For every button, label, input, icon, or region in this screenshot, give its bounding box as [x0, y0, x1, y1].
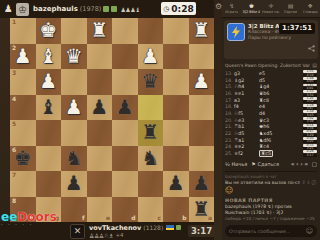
square-c4[interactable]	[138, 95, 164, 121]
square-c3[interactable]: ♛	[138, 69, 164, 95]
move-list[interactable]: 13.g3e51:554:1014.♗g2d51:484:0515.♘h4♝g4…	[225, 70, 317, 157]
expand-board-icon[interactable]: ▢	[312, 161, 317, 167]
file-label-a: a	[208, 215, 212, 221]
bottom-player-avatar[interactable]: ✕	[70, 224, 85, 239]
white-move[interactable]: g3	[234, 71, 259, 76]
piece-bP-f7[interactable]: ♟	[65, 171, 83, 197]
move-row-15: 15.♘h4♝g41:414:01	[225, 83, 317, 90]
square-f4[interactable]: ♟	[61, 95, 87, 121]
bottom-clock-time: 3:17	[191, 226, 212, 236]
piece-bK-h6[interactable]: ♚	[14, 146, 32, 172]
share-icon[interactable]	[308, 37, 315, 56]
move-row-22: 22.♘d5♞xd50:473:29	[225, 130, 317, 137]
new-game-header: НОВАЯ ПАРТИЯ	[225, 198, 317, 203]
move-number: 23.	[225, 138, 234, 143]
square-g1[interactable]: ♚	[36, 18, 62, 44]
sidebar-tab-3[interactable]: ✛Новая па…	[261, 0, 281, 17]
piece-bB-g4[interactable]: ♝	[39, 95, 57, 121]
move-number: 20.	[225, 118, 234, 123]
site-logo-icon: ♟	[4, 4, 13, 14]
square-b1[interactable]	[163, 18, 189, 44]
square-d8[interactable]: d	[112, 197, 138, 223]
square-f6[interactable]: ♞	[61, 146, 87, 172]
arena-pairing-note: Пары по рейтингу	[248, 35, 279, 41]
challenge-description: bazephauls (1978 ↯) против Ruschwain (17…	[225, 204, 317, 215]
emoji-picker-icon[interactable]: ☺	[306, 227, 313, 235]
square-c5[interactable]: ♜	[138, 120, 164, 146]
top-player-name[interactable]: bazephauls	[33, 5, 78, 13]
rank-label-8: 8	[12, 198, 16, 204]
thumbs-and-report-icons[interactable]: ⇧⇩ⓘ	[302, 180, 317, 185]
square-g7[interactable]	[36, 171, 62, 197]
square-e3[interactable]	[87, 69, 113, 95]
move-number: 24.	[225, 144, 234, 149]
arena-panel[interactable]: 3|2 Blitz Арена Классика · 491 игрок · |…	[224, 20, 318, 59]
piece-bN-c6[interactable]: ♞	[141, 146, 159, 172]
file-label-c: c	[157, 215, 161, 221]
square-b8[interactable]: b	[163, 197, 189, 223]
opening-book-icon[interactable]: ▤	[312, 62, 317, 68]
square-b4[interactable]	[163, 95, 189, 121]
square-a1[interactable]: ♜	[189, 18, 215, 44]
top-player-rating: (1978)	[80, 5, 102, 13]
file-label-g: g	[55, 215, 59, 221]
opening-name-row: Queen's Pawn Opening: Zukertort Variatio…	[225, 62, 317, 68]
rank-label-4: 4	[12, 96, 16, 102]
move-row-16: 16.♕e1♛b61:333:56	[225, 90, 317, 97]
file-label-h: h	[29, 215, 33, 221]
move-number: 14.	[225, 78, 234, 83]
square-g8[interactable]: g	[36, 197, 62, 223]
move-number: 15.	[225, 84, 234, 89]
sidebar-tab-1[interactable]: ↯Играть	[222, 0, 242, 17]
square-h5[interactable]: 5	[10, 120, 36, 146]
white-move[interactable]: ♕e1	[234, 91, 259, 96]
bottom-player-bar: ✕ vovTkachenov (1128) ♙♙♙♘♗ +4	[0, 222, 214, 240]
rank-label-3: 3	[12, 70, 16, 76]
white-move[interactable]: ♖b1	[234, 124, 259, 129]
move-row-20: 20.♘e3♛c31:023:38	[225, 117, 317, 124]
black-move[interactable]: ♚h6	[259, 124, 284, 129]
file-label-e: e	[106, 215, 110, 221]
black-move[interactable]: ♞df6	[259, 138, 284, 143]
square-b7[interactable]: ♟	[163, 171, 189, 197]
chat-message-text: Вы не ответили на вызов по-спортивному!	[225, 180, 300, 186]
move-navigation-buttons[interactable]: «‹›»	[291, 160, 310, 168]
piece-bQ-c3[interactable]: ♛	[141, 69, 159, 95]
tab-icon: ▤	[288, 3, 294, 9]
square-a8[interactable]: a♜	[189, 197, 215, 223]
square-e5[interactable]	[87, 120, 113, 146]
top-player-badge2	[111, 6, 117, 12]
tab-icon: ❖	[307, 3, 312, 9]
black-move[interactable]: e5	[259, 71, 284, 76]
square-d4[interactable]: ♟	[112, 95, 138, 121]
square-a6[interactable]	[189, 146, 215, 172]
square-d7[interactable]	[112, 171, 138, 197]
square-c2[interactable]: ♟	[138, 44, 164, 70]
top-player-avatar[interactable]: ♔	[16, 3, 29, 16]
black-move[interactable]: ♜c8	[259, 98, 284, 103]
square-a7[interactable]: ♟	[189, 171, 215, 197]
piece-wR-a1[interactable]: ♜	[192, 18, 210, 44]
square-h4[interactable]: 4	[10, 95, 36, 121]
move-row-18: 18.f4e41:183:47	[225, 103, 317, 110]
black-move[interactable]: ♜c4	[259, 144, 284, 149]
square-a2[interactable]	[189, 44, 215, 70]
white-move[interactable]: ♗g2	[234, 78, 259, 83]
piece-wP-g3[interactable]: ♟	[39, 69, 57, 95]
piece-wQ-f2[interactable]: ♛	[65, 44, 83, 70]
square-h2[interactable]: 2♟	[10, 44, 36, 70]
file-label-b: b	[182, 215, 186, 221]
square-d1[interactable]	[112, 18, 138, 44]
move-number: 18.	[225, 104, 234, 109]
move-row-23: 23.♖a1♞df60:403:25	[225, 137, 317, 144]
top-player-clock: ◷ 0:28	[161, 2, 196, 15]
square-b5[interactable]	[163, 120, 189, 146]
square-b2[interactable]	[163, 44, 189, 70]
chat-panel: bazephauls вошёл в чат Вы не ответили на…	[225, 171, 317, 222]
piece-wP-c2[interactable]: ♟	[141, 44, 159, 70]
move-number: 21.	[225, 124, 234, 129]
move-number: 16.	[225, 91, 234, 96]
square-g2[interactable]: ♝	[36, 44, 62, 70]
move-row-14: 14.♗g2d51:484:05	[225, 77, 317, 84]
black-move[interactable]: ♝g4	[259, 84, 284, 89]
top-clock-time: 0:28	[171, 4, 193, 14]
white-move[interactable]: ♘h4	[234, 84, 259, 89]
arena-info: 3|2 Blitz Арена Классика · 491 игрок · |…	[248, 23, 279, 56]
square-g4[interactable]: ♝	[36, 95, 62, 121]
arena-lightning-icon	[227, 23, 245, 41]
piece-bN-f6[interactable]: ♞	[65, 146, 83, 172]
arena-right: 1:37:51	[279, 23, 315, 56]
bottom-player-captured-pieces: ♙♙♙♘♗	[89, 232, 113, 239]
bottom-player-rating: (1128)	[143, 224, 163, 231]
square-c7[interactable]	[138, 171, 164, 197]
white-move[interactable]: ♘f5	[234, 111, 259, 116]
white-move[interactable]: f4	[234, 104, 259, 109]
black-move[interactable]: ♛b6	[259, 91, 284, 96]
chat-system-note: bazephauls вошёл в чат	[225, 174, 317, 179]
arena-countdown-timer: 1:37:51	[279, 23, 315, 34]
tab-label: 3|2 Blitz А	[242, 10, 260, 14]
move-number: 17.	[225, 98, 234, 103]
square-e1[interactable]: ♜	[87, 18, 113, 44]
tab-label: Играть	[225, 10, 238, 14]
piece-bR-c5[interactable]: ♜	[141, 120, 159, 146]
rank-label-1: 1	[12, 19, 16, 25]
tab-label: Партии	[284, 10, 298, 14]
square-g3[interactable]: ♟	[36, 69, 62, 95]
square-f7[interactable]: ♟	[61, 171, 87, 197]
square-f3[interactable]	[61, 69, 87, 95]
piece-wB-g2[interactable]: ♝	[39, 44, 57, 70]
sidebar-tab-2[interactable]: ♚3|2 Blitz А	[242, 0, 262, 17]
square-h7[interactable]: 7	[10, 171, 36, 197]
file-label-d: d	[131, 215, 135, 221]
white-move[interactable]: a3	[234, 98, 259, 103]
square-e4[interactable]: ♟	[87, 95, 113, 121]
piece-wP-h2[interactable]: ♟	[14, 44, 32, 70]
opening-name: Queen's Pawn Opening: Zukertort Variatio…	[225, 63, 310, 68]
square-e8[interactable]: e	[87, 197, 113, 223]
black-move[interactable]: ♞xd5	[259, 131, 284, 136]
rank-label-5: 5	[12, 121, 16, 127]
ukraine-flag-icon	[166, 225, 174, 230]
bottom-player-clock: 3:17	[188, 225, 215, 237]
black-move[interactable]: ♛c3	[259, 118, 284, 123]
square-h3[interactable]: 3	[10, 69, 36, 95]
offer-draw-button[interactable]: ½ Ничья	[225, 161, 247, 167]
sidebar-tabs: ↯Играть♚3|2 Blitz А✛Новая па…▤Партии❖Сло…	[222, 0, 320, 18]
square-b6[interactable]	[163, 146, 189, 172]
square-e2[interactable]	[87, 44, 113, 70]
move-number: 25.	[225, 151, 234, 156]
square-d3[interactable]	[112, 69, 138, 95]
square-c1[interactable]	[138, 18, 164, 44]
piece-bP-d4[interactable]: ♟	[116, 95, 134, 121]
tab-icon: ↯	[229, 3, 234, 9]
square-f8[interactable]: f	[61, 197, 87, 223]
piece-wK-g1[interactable]: ♚	[39, 18, 57, 44]
arena-subtitle: Классика · 491 игрок · | 2	[248, 29, 279, 35]
square-a5[interactable]	[189, 120, 215, 146]
tab-icon: ♚	[249, 3, 254, 9]
chat-input-placeholder: Отправить сообщение...	[229, 229, 306, 234]
white-move[interactable]: ♕f2	[234, 151, 259, 156]
bottom-player-name[interactable]: vovTkachenov	[89, 224, 141, 232]
piece-bP-a7[interactable]: ♟	[192, 171, 210, 197]
piece-wP-f4[interactable]: ♟	[65, 95, 83, 121]
move-row-25: 25.♕f2♜c50:283:17	[225, 150, 317, 157]
game-controls: ½ Ничья ⚑ Сдаться «‹›» ▢	[225, 160, 317, 168]
move-row-13: 13.g3e51:554:10	[225, 70, 317, 77]
white-move[interactable]: ♕e2	[234, 144, 259, 149]
square-g5[interactable]	[36, 120, 62, 146]
bottom-player-info: vovTkachenov (1128) ♙♙♙♘♗ +4	[89, 224, 181, 239]
chess-board[interactable]: 1♚♜♜2♟♝♛♟3♟♛♟4♝♟♟♟5♜6♚♞♞7♟♟♟8hgfedcba♜	[10, 18, 214, 222]
chat-message-row: Вы не ответили на вызов по-спортивному! …	[225, 180, 317, 186]
move-number: 22.	[225, 131, 234, 136]
top-player-captured-pieces: ♟♟♟♝	[120, 6, 140, 13]
tab-label: Словарь	[303, 10, 318, 14]
move-row-17: 17.a3♜c81:263:52	[225, 97, 317, 104]
square-a3[interactable]: ♟	[189, 69, 215, 95]
move-row-21: 21.♖b1♚h60:543:34	[225, 124, 317, 131]
square-h8[interactable]: 8h	[10, 197, 36, 223]
square-f5[interactable]	[61, 120, 87, 146]
black-time-chip: 3:17	[303, 154, 317, 157]
square-c6[interactable]: ♞	[138, 146, 164, 172]
square-e7[interactable]	[87, 171, 113, 197]
clock-icon: ◷	[163, 5, 169, 13]
piece-wP-a3[interactable]: ♟	[192, 69, 210, 95]
black-move[interactable]: d5	[259, 78, 284, 83]
square-d2[interactable]	[112, 44, 138, 70]
chat-emoji: ☺	[225, 186, 317, 195]
chat-input[interactable]: Отправить сообщение... ☺	[225, 225, 317, 237]
square-a4[interactable]	[189, 95, 215, 121]
square-h1[interactable]: 1	[10, 18, 36, 44]
square-f2[interactable]: ♛	[61, 44, 87, 70]
move-number: 13.	[225, 71, 234, 76]
square-f1[interactable]	[61, 18, 87, 44]
move-number: 19.	[225, 111, 234, 116]
white-move[interactable]: ♖a1	[234, 138, 259, 143]
white-move[interactable]: ♘e3	[234, 118, 259, 123]
square-h6[interactable]: 6♚	[10, 146, 36, 172]
rank-label-2: 2	[12, 45, 16, 51]
sidebar-tab-4[interactable]: ▤Партии	[281, 0, 301, 17]
rank-label-6: 6	[12, 147, 16, 153]
material-advantage: +4	[115, 232, 123, 238]
tab-label: Новая па…	[262, 10, 280, 14]
move-row-19: 19.♘f5d41:103:43	[225, 110, 317, 117]
rank-label-7: 7	[12, 172, 16, 178]
bottom-player-badge	[176, 225, 181, 230]
file-label-f: f	[82, 215, 85, 221]
square-b3[interactable]	[163, 69, 189, 95]
piece-bP-b7[interactable]: ♟	[167, 171, 185, 197]
sidebar-tab-5[interactable]: ❖Словарь	[300, 0, 320, 17]
top-player-badge	[103, 6, 109, 12]
resign-button[interactable]: ⚑ Сдаться	[251, 161, 279, 167]
square-e6[interactable]	[87, 146, 113, 172]
square-c8[interactable]: c	[138, 197, 164, 223]
black-move[interactable]: e4	[259, 104, 284, 109]
piece-wR-e1[interactable]: ♜	[90, 18, 108, 44]
black-move-current[interactable]: ♜c5	[259, 150, 273, 157]
piece-bP-e4[interactable]: ♟	[90, 95, 108, 121]
black-move[interactable]: d4	[259, 111, 284, 116]
sidebar: ↯Играть♚3|2 Blitz А✛Новая па…▤Партии❖Сло…	[222, 0, 320, 240]
white-move[interactable]: ♘d5	[234, 131, 259, 136]
rating-deltas: победа +10 / ничья −7 / поражение −25	[225, 216, 317, 221]
move-time-chips: 0:283:17	[303, 150, 317, 156]
square-g6[interactable]	[36, 146, 62, 172]
square-d5[interactable]	[112, 120, 138, 146]
square-d6[interactable]	[112, 146, 138, 172]
tab-icon: ✛	[268, 3, 273, 9]
